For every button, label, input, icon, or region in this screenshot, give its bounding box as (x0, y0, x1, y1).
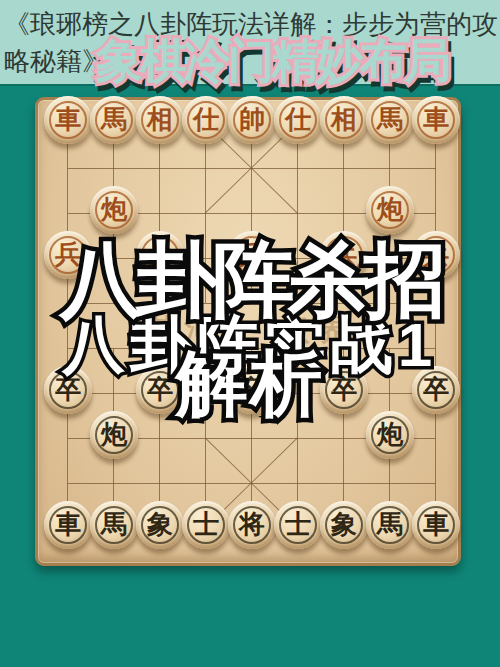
piece-black-general[interactable]: 将 (228, 501, 276, 549)
piece-glyph: 士 (193, 511, 219, 537)
piece-glyph: 相 (147, 106, 173, 132)
piece-glyph: 馬 (377, 511, 403, 537)
caption-line3: 解析 解析 解析 (0, 336, 500, 432)
piece-red-horse-a[interactable]: 馬 (90, 96, 138, 144)
piece-glyph: 炮 (377, 196, 403, 222)
piece-glyph: 炮 (101, 196, 127, 222)
caption-line1: 八卦阵杀招 八卦阵杀招 八卦阵杀招 (0, 226, 500, 336)
piece-red-general[interactable]: 帥 (228, 96, 276, 144)
piece-glyph: 象 (331, 511, 357, 537)
piece-black-chariot-b[interactable]: 車 (412, 501, 460, 549)
piece-glyph: 車 (55, 511, 81, 537)
piece-black-horse-a[interactable]: 馬 (90, 501, 138, 549)
piece-black-horse-b[interactable]: 馬 (366, 501, 414, 549)
piece-glyph: 仕 (193, 106, 219, 132)
piece-glyph: 車 (55, 106, 81, 132)
piece-glyph: 将 (239, 511, 265, 537)
piece-red-advisor-a[interactable]: 仕 (182, 96, 230, 144)
piece-red-advisor-b[interactable]: 仕 (274, 96, 322, 144)
caption-line1-fill: 八卦阵杀招 (0, 226, 500, 336)
piece-black-advisor-b[interactable]: 士 (274, 501, 322, 549)
piece-glyph: 馬 (101, 511, 127, 537)
piece-glyph: 相 (331, 106, 357, 132)
caption-line3-fill: 解析 (0, 336, 500, 432)
thumbnail-page: 《琅琊榜之八卦阵玩法详解：步步为营的攻略秘籍》 楚河 汉界 車馬相仕帥仕相馬車炮… (0, 0, 500, 667)
piece-black-elephant-a[interactable]: 象 (136, 501, 184, 549)
piece-glyph: 象 (147, 511, 173, 537)
caption-subtitle-fill: 象棋冷门精妙布局 (0, 30, 500, 93)
piece-glyph: 仕 (285, 106, 311, 132)
piece-black-advisor-a[interactable]: 士 (182, 501, 230, 549)
piece-glyph: 士 (285, 511, 311, 537)
piece-glyph: 車 (423, 106, 449, 132)
caption-subtitle: 象棋冷门精妙布局 象棋冷门精妙布局 象棋冷门精妙布局 象棋冷门精妙布局 (0, 30, 500, 93)
piece-black-chariot-a[interactable]: 車 (44, 501, 92, 549)
piece-red-elephant-b[interactable]: 相 (320, 96, 368, 144)
piece-red-horse-b[interactable]: 馬 (366, 96, 414, 144)
piece-glyph: 帥 (239, 106, 265, 132)
piece-glyph: 馬 (377, 106, 403, 132)
piece-glyph: 馬 (101, 106, 127, 132)
piece-red-chariot-b[interactable]: 車 (412, 96, 460, 144)
piece-black-elephant-b[interactable]: 象 (320, 501, 368, 549)
piece-glyph: 車 (423, 511, 449, 537)
piece-red-elephant-a[interactable]: 相 (136, 96, 184, 144)
piece-red-chariot-a[interactable]: 車 (44, 96, 92, 144)
